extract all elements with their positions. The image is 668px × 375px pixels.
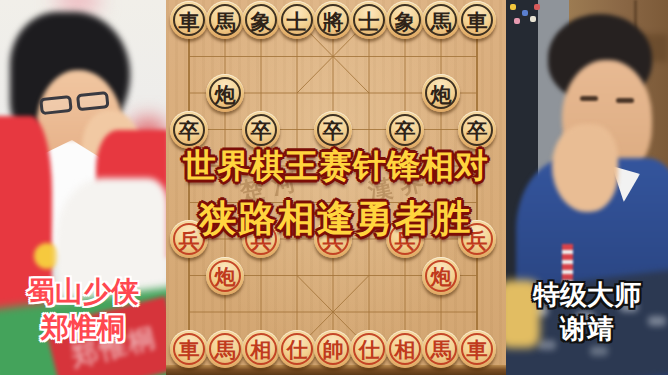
right-player-eyebrows (580, 96, 598, 101)
piece-glyph: 兵 (251, 230, 272, 251)
piece-red-soldier[interactable]: 兵 (314, 220, 352, 258)
piece-black-general[interactable]: 將 (314, 1, 352, 39)
piece-black-chariot[interactable]: 車 (458, 1, 496, 39)
piece-red-soldier[interactable]: 兵 (170, 220, 208, 258)
piece-glyph: 相 (251, 339, 272, 360)
piece-black-soldier[interactable]: 卒 (170, 111, 208, 149)
left-player-name: 郑惟桐 (0, 310, 166, 346)
video-thumbnail: 郑惟桐 蜀山少侠 郑惟桐 楚河 漢界 車馬象士將士象馬車炮炮卒卒卒卒卒兵兵兵兵兵… (0, 0, 668, 375)
piece-glyph: 相 (395, 339, 416, 360)
piece-red-chariot[interactable]: 車 (458, 330, 496, 368)
piece-glyph: 炮 (215, 84, 236, 105)
piece-red-cannon[interactable]: 炮 (422, 257, 460, 295)
piece-glyph: 卒 (179, 120, 200, 141)
piece-glyph: 象 (395, 11, 416, 32)
piece-red-soldier[interactable]: 兵 (242, 220, 280, 258)
piece-black-cannon[interactable]: 炮 (206, 74, 244, 112)
right-player-epithet: 特级大师 (506, 278, 668, 312)
piece-glyph: 馬 (431, 11, 452, 32)
piece-glyph: 兵 (467, 230, 488, 251)
piece-red-cannon[interactable]: 炮 (206, 257, 244, 295)
left-player-epithet: 蜀山少侠 (0, 274, 166, 310)
piece-black-elephant[interactable]: 象 (386, 1, 424, 39)
piece-glyph: 車 (467, 339, 488, 360)
piece-glyph: 將 (323, 11, 344, 32)
piece-glyph: 炮 (215, 266, 236, 287)
piece-glyph: 士 (359, 11, 380, 32)
left-player-photo: 郑惟桐 蜀山少侠 郑惟桐 (0, 0, 166, 375)
right-player-caption: 特级大师 谢靖 (506, 278, 668, 346)
piece-glyph: 卒 (395, 120, 416, 141)
piece-red-general[interactable]: 帥 (314, 330, 352, 368)
piece-red-chariot[interactable]: 車 (170, 330, 208, 368)
glasses-lens (76, 91, 110, 111)
piece-glyph: 馬 (215, 11, 236, 32)
right-player-hand (552, 124, 618, 212)
piece-glyph: 兵 (395, 230, 416, 251)
piece-glyph: 仕 (287, 339, 308, 360)
piece-black-soldier[interactable]: 卒 (314, 111, 352, 149)
piece-black-horse[interactable]: 馬 (422, 1, 460, 39)
right-bg-confetti (510, 4, 516, 10)
piece-red-horse[interactable]: 馬 (422, 330, 460, 368)
piece-black-soldier[interactable]: 卒 (458, 111, 496, 149)
xiangqi-board[interactable]: 楚河 漢界 車馬象士將士象馬車炮炮卒卒卒卒卒兵兵兵兵兵炮炮車馬相仕帥仕相馬車 世… (166, 0, 506, 375)
piece-black-horse[interactable]: 馬 (206, 1, 244, 39)
piece-glyph: 卒 (251, 120, 272, 141)
piece-glyph: 士 (287, 11, 308, 32)
piece-glyph: 兵 (323, 230, 344, 251)
right-player-name: 谢靖 (506, 312, 668, 346)
piece-red-advisor[interactable]: 仕 (350, 330, 388, 368)
piece-glyph: 兵 (179, 230, 200, 251)
piece-glyph: 車 (179, 11, 200, 32)
piece-glyph: 馬 (431, 339, 452, 360)
piece-black-advisor[interactable]: 士 (350, 1, 388, 39)
piece-red-elephant[interactable]: 相 (386, 330, 424, 368)
piece-glyph: 炮 (431, 84, 452, 105)
piece-black-advisor[interactable]: 士 (278, 1, 316, 39)
piece-glyph: 卒 (323, 120, 344, 141)
piece-red-soldier[interactable]: 兵 (458, 220, 496, 258)
left-player-caption: 蜀山少侠 郑惟桐 (0, 274, 166, 346)
right-player-photo: 特级大师 谢靖 (506, 0, 668, 375)
piece-glyph: 車 (467, 11, 488, 32)
piece-red-advisor[interactable]: 仕 (278, 330, 316, 368)
glasses-lens (39, 95, 73, 115)
piece-glyph: 車 (179, 339, 200, 360)
piece-glyph: 仕 (359, 339, 380, 360)
piece-glyph: 卒 (467, 120, 488, 141)
piece-glyph: 炮 (431, 266, 452, 287)
piece-black-chariot[interactable]: 車 (170, 1, 208, 39)
piece-red-elephant[interactable]: 相 (242, 330, 280, 368)
piece-glyph: 馬 (215, 339, 236, 360)
piece-red-soldier[interactable]: 兵 (386, 220, 424, 258)
piece-black-cannon[interactable]: 炮 (422, 74, 460, 112)
piece-black-soldier[interactable]: 卒 (242, 111, 280, 149)
piece-black-elephant[interactable]: 象 (242, 1, 280, 39)
piece-glyph: 帥 (323, 339, 344, 360)
piece-black-soldier[interactable]: 卒 (386, 111, 424, 149)
piece-red-horse[interactable]: 馬 (206, 330, 244, 368)
board-grid (166, 0, 506, 375)
piece-glyph: 象 (251, 11, 272, 32)
